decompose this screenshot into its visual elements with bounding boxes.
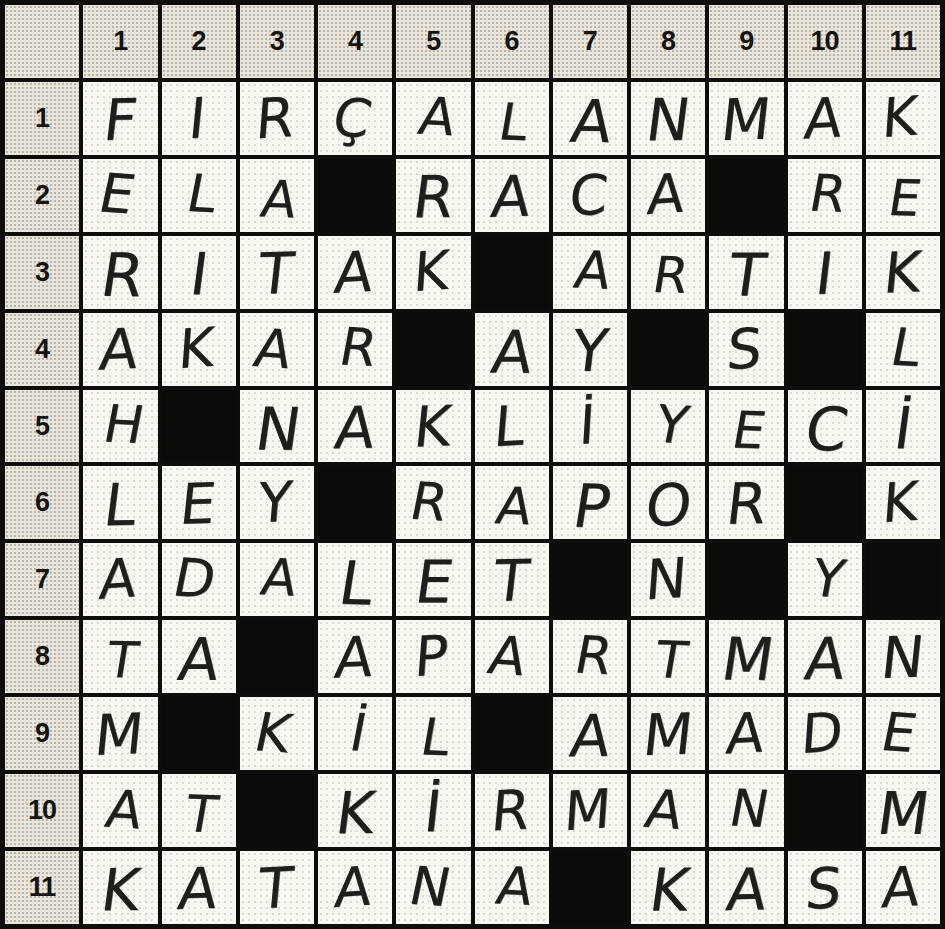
cell-r9c4: İ: [318, 697, 392, 770]
crossword-puzzle-scan: 12345678910111FIRÇALANMAK2ELARACARE3RITA…: [0, 0, 945, 929]
cell-r11c4: A: [318, 851, 392, 924]
cell-r11c11: A: [866, 851, 940, 924]
cell-r7c10: Y: [788, 543, 862, 616]
cell-r8c1: T: [83, 620, 157, 693]
row-header-label: 4: [35, 334, 49, 365]
block-r7c7: [553, 543, 627, 616]
cell-r3c5: K: [396, 236, 470, 309]
col-header-label: 1: [113, 26, 127, 57]
row-header-label: 10: [28, 795, 56, 826]
cell-r4c4: R: [318, 313, 392, 386]
handwritten-letter: K: [646, 861, 693, 920]
handwritten-letter: C: [567, 167, 610, 224]
row-header-5: 5: [5, 390, 79, 463]
cell-r7c3: A: [240, 543, 314, 616]
handwritten-letter: M: [92, 705, 146, 763]
handwritten-letter: L: [496, 96, 533, 148]
cell-r4c7: Y: [553, 313, 627, 386]
handwritten-letter: L: [101, 476, 141, 535]
handwritten-letter: K: [333, 784, 379, 842]
cell-r9c3: K: [240, 697, 314, 770]
cell-r7c5: E: [396, 543, 470, 616]
cell-r3c3: T: [240, 236, 314, 309]
handwritten-letter: İ: [577, 398, 596, 454]
block-r7c11: [866, 543, 940, 616]
handwritten-letter: Y: [256, 475, 294, 532]
block-r6c4: [318, 466, 392, 539]
cell-r10c4: K: [318, 774, 392, 847]
handwritten-letter: N: [643, 91, 694, 150]
cell-r3c8: R: [631, 236, 705, 309]
cell-r11c9: A: [709, 851, 783, 924]
handwritten-letter: A: [175, 630, 224, 689]
handwritten-letter: N: [726, 783, 774, 835]
corner-cell: [5, 5, 79, 78]
cell-r6c11: K: [866, 466, 940, 539]
block-r5c2: [162, 390, 236, 463]
cell-r7c6: T: [475, 543, 549, 616]
handwritten-letter: M: [562, 781, 612, 839]
col-header-label: 10: [811, 26, 839, 57]
cell-r6c2: E: [162, 466, 236, 539]
cell-r6c8: O: [631, 466, 705, 539]
handwritten-letter: A: [332, 399, 379, 458]
cell-r5c9: E: [709, 390, 783, 463]
cell-r6c6: A: [475, 466, 549, 539]
cell-r1c7: A: [553, 82, 627, 155]
handwritten-letter: D: [799, 705, 844, 762]
handwritten-letter: K: [881, 474, 920, 531]
handwritten-letter: A: [567, 92, 616, 151]
cell-r5c4: A: [318, 390, 392, 463]
handwritten-letter: R: [649, 250, 692, 301]
handwritten-letter: K: [98, 861, 144, 919]
row-header-6: 6: [5, 466, 79, 539]
handwritten-letter: N: [643, 551, 688, 609]
crossword-board: 12345678910111FIRÇALANMAK2ELARACARE3RITA…: [0, 0, 945, 929]
col-header-label: 7: [583, 26, 597, 57]
handwritten-letter: A: [571, 244, 616, 297]
cell-r5c7: İ: [553, 390, 627, 463]
handwritten-letter: S: [803, 860, 844, 918]
handwritten-letter: R: [488, 782, 531, 839]
cell-r5c10: C: [788, 390, 862, 463]
handwritten-letter: K: [411, 398, 454, 456]
cell-r9c11: E: [866, 697, 940, 770]
row-header-8: 8: [5, 620, 79, 693]
cell-r10c5: İ: [396, 774, 470, 847]
block-r9c6: [475, 697, 549, 770]
handwritten-letter: R: [336, 321, 382, 374]
handwritten-letter: E: [729, 404, 770, 456]
cell-r1c5: A: [396, 82, 470, 155]
cell-r3c4: A: [318, 236, 392, 309]
cell-r4c6: A: [475, 313, 549, 386]
handwritten-letter: A: [258, 173, 302, 225]
handwritten-letter: R: [805, 167, 850, 219]
cell-r6c3: Y: [240, 466, 314, 539]
cell-r11c8: K: [631, 851, 705, 924]
row-header-label: 8: [35, 641, 49, 672]
cell-r5c5: K: [396, 390, 470, 463]
handwritten-letter: L: [492, 398, 527, 455]
col-header-2: 2: [162, 5, 236, 78]
block-r7c9: [709, 543, 783, 616]
row-header-label: 1: [35, 103, 49, 134]
row-header-9: 9: [5, 697, 79, 770]
handwritten-letter: A: [414, 90, 460, 143]
handwritten-letter: D: [169, 551, 220, 606]
cell-r11c2: A: [162, 851, 236, 924]
cell-r2c10: R: [788, 159, 862, 232]
cell-r8c4: A: [318, 620, 392, 693]
cell-r8c9: M: [709, 620, 783, 693]
handwritten-letter: A: [723, 706, 765, 763]
cell-r1c11: K: [866, 82, 940, 155]
cell-r11c6: A: [475, 851, 549, 924]
handwritten-letter: Y: [807, 552, 849, 605]
cell-r3c9: T: [709, 236, 783, 309]
handwritten-letter: A: [332, 244, 375, 302]
cell-r1c2: I: [162, 82, 236, 155]
cell-r1c4: Ç: [318, 82, 392, 155]
handwritten-letter: Y: [569, 322, 612, 381]
handwritten-letter: T: [256, 245, 297, 303]
cell-r7c4: L: [318, 543, 392, 616]
col-header-label: 5: [426, 26, 440, 57]
col-header-3: 3: [240, 5, 314, 78]
cell-r10c9: N: [709, 774, 783, 847]
cell-r10c1: A: [83, 774, 157, 847]
handwritten-letter: A: [258, 552, 302, 604]
cell-r10c6: R: [475, 774, 549, 847]
handwritten-letter: K: [411, 244, 450, 301]
cell-r2c7: C: [553, 159, 627, 232]
cell-r2c8: A: [631, 159, 705, 232]
cell-r10c2: T: [162, 774, 236, 847]
block-r4c10: [788, 313, 862, 386]
handwritten-letter: T: [103, 635, 142, 685]
handwritten-letter: A: [723, 860, 770, 919]
cell-r8c8: T: [631, 620, 705, 693]
cell-r5c8: Y: [631, 390, 705, 463]
cell-r4c2: K: [162, 313, 236, 386]
cell-r11c1: K: [83, 851, 157, 924]
handwritten-letter: T: [651, 635, 691, 687]
handwritten-letter: E: [94, 167, 140, 223]
handwritten-letter: A: [97, 551, 137, 608]
handwritten-letter: K: [881, 244, 923, 302]
cell-r6c9: R: [709, 466, 783, 539]
row-header-3: 3: [5, 236, 79, 309]
cell-r8c7: R: [553, 620, 627, 693]
col-header-label: 6: [505, 26, 519, 57]
block-r3c6: [475, 236, 549, 309]
cell-r7c1: A: [83, 543, 157, 616]
cell-r5c11: İ: [866, 390, 940, 463]
block-r8c3: [240, 620, 314, 693]
cell-r10c11: M: [866, 774, 940, 847]
block-r2c9: [709, 159, 783, 232]
handwritten-letter: A: [485, 629, 532, 684]
cell-r2c6: A: [475, 159, 549, 232]
handwritten-letter: İ: [421, 783, 444, 841]
cell-r11c10: S: [788, 851, 862, 924]
col-header-label: 9: [739, 26, 753, 57]
cell-r11c3: T: [240, 851, 314, 924]
col-header-5: 5: [396, 5, 470, 78]
cell-r8c6: A: [475, 620, 549, 693]
handwritten-letter: A: [492, 859, 537, 912]
col-header-10: 10: [788, 5, 862, 78]
handwritten-letter: M: [718, 630, 778, 689]
cell-r4c1: A: [83, 313, 157, 386]
col-header-label: 11: [890, 26, 917, 57]
handwritten-letter: A: [641, 782, 688, 837]
handwritten-letter: E: [877, 705, 921, 760]
handwritten-letter: R: [97, 245, 148, 305]
cell-r4c9: S: [709, 313, 783, 386]
handwritten-letter: L: [887, 321, 926, 374]
handwritten-letter: L: [336, 553, 379, 613]
cell-r1c6: L: [475, 82, 549, 155]
col-header-8: 8: [631, 5, 705, 78]
row-header-10: 10: [5, 774, 79, 847]
cell-r9c7: A: [553, 697, 627, 770]
handwritten-letter: R: [410, 168, 458, 226]
cell-r3c2: I: [162, 236, 236, 309]
cell-r1c8: N: [631, 82, 705, 155]
col-header-label: 2: [192, 26, 206, 57]
handwritten-letter: R: [253, 90, 295, 148]
cell-r2c5: R: [396, 159, 470, 232]
handwritten-letter: N: [404, 859, 455, 914]
handwritten-letter: F: [101, 91, 141, 149]
row-header-label: 11: [29, 872, 56, 903]
cell-r5c3: N: [240, 390, 314, 463]
row-header-label: 2: [35, 180, 49, 211]
handwritten-letter: K: [881, 90, 920, 147]
handwritten-letter: A: [97, 321, 140, 379]
handwritten-letter: R: [406, 475, 452, 529]
cell-r3c11: K: [866, 236, 940, 309]
handwritten-letter: M: [640, 706, 695, 765]
cell-r3c7: A: [553, 236, 627, 309]
cell-r9c5: L: [396, 697, 470, 770]
handwritten-letter: İ: [346, 706, 371, 758]
handwritten-letter: T: [256, 859, 295, 917]
row-header-label: 9: [35, 718, 49, 749]
handwritten-letter: A: [488, 167, 533, 225]
cell-r1c9: M: [709, 82, 783, 155]
block-r4c5: [396, 313, 470, 386]
row-header-label: 5: [35, 411, 49, 442]
handwritten-letter: R: [570, 628, 616, 681]
cell-r3c10: I: [788, 236, 862, 309]
col-header-label: 8: [661, 26, 675, 57]
block-r10c10: [788, 774, 862, 847]
cell-r4c11: L: [866, 313, 940, 386]
cell-r8c11: N: [866, 620, 940, 693]
col-header-1: 1: [83, 5, 157, 78]
cell-r2c1: E: [83, 159, 157, 232]
cell-r2c3: A: [240, 159, 314, 232]
cell-r2c2: L: [162, 159, 236, 232]
handwritten-letter: I: [187, 245, 212, 303]
handwritten-letter: H: [99, 398, 148, 451]
handwritten-letter: E: [885, 173, 925, 224]
col-header-7: 7: [553, 5, 627, 78]
cell-r7c8: N: [631, 543, 705, 616]
col-header-label: 4: [348, 26, 362, 57]
cell-r5c6: L: [475, 390, 549, 463]
handwritten-letter: A: [250, 321, 297, 376]
handwritten-letter: A: [493, 481, 537, 533]
cell-r9c9: A: [709, 697, 783, 770]
col-header-6: 6: [475, 5, 549, 78]
handwritten-letter: N: [252, 399, 305, 458]
cell-r6c1: L: [83, 466, 157, 539]
row-header-label: 6: [35, 487, 49, 518]
cell-r2c11: E: [866, 159, 940, 232]
handwritten-letter: İ: [891, 399, 916, 457]
handwritten-letter: E: [177, 475, 218, 532]
row-header-4: 4: [5, 313, 79, 386]
block-r6c10: [788, 466, 862, 539]
handwritten-letter: I: [813, 245, 837, 303]
block-r11c7: [553, 851, 627, 924]
row-header-label: 7: [35, 564, 49, 595]
cell-r9c1: M: [83, 697, 157, 770]
cell-r5c1: H: [83, 390, 157, 463]
block-r2c4: [318, 159, 392, 232]
handwritten-letter: A: [488, 322, 537, 381]
handwritten-letter: T: [725, 245, 769, 304]
cell-r7c2: D: [162, 543, 236, 616]
handwritten-letter: A: [802, 90, 844, 147]
col-header-4: 4: [318, 5, 392, 78]
cell-r6c7: P: [553, 466, 627, 539]
cell-r1c3: R: [240, 82, 314, 155]
block-r9c2: [162, 697, 236, 770]
row-header-11: 11: [5, 851, 79, 924]
block-r4c8: [631, 313, 705, 386]
cell-r1c10: A: [788, 82, 862, 155]
cell-r3c1: R: [83, 236, 157, 309]
cell-r9c10: D: [788, 697, 862, 770]
cell-r8c10: A: [788, 620, 862, 693]
handwritten-letter: M: [874, 784, 933, 843]
handwritten-letter: L: [183, 167, 222, 220]
handwritten-letter: P: [412, 628, 449, 686]
cell-r10c8: A: [631, 774, 705, 847]
handwritten-letter: Y: [651, 398, 693, 451]
handwritten-letter: E: [412, 553, 457, 612]
cell-r8c2: A: [162, 620, 236, 693]
cell-r6c5: R: [396, 466, 470, 539]
handwritten-letter: A: [801, 629, 848, 688]
handwritten-letter: A: [645, 166, 686, 223]
cell-r8c5: P: [396, 620, 470, 693]
cell-r4c3: A: [240, 313, 314, 386]
cell-r11c5: N: [396, 851, 470, 924]
handwritten-letter: A: [332, 859, 373, 916]
cell-r1c1: F: [83, 82, 157, 155]
handwritten-letter: A: [332, 629, 376, 687]
col-header-label: 3: [270, 26, 284, 57]
handwritten-letter: A: [175, 860, 220, 918]
handwritten-letter: I: [187, 91, 209, 148]
block-r10c3: [240, 774, 314, 847]
handwritten-letter: A: [101, 782, 147, 835]
handwritten-letter: P: [569, 476, 615, 536]
cell-r10c7: M: [553, 774, 627, 847]
handwritten-letter: T: [181, 789, 221, 841]
col-header-11: 11: [866, 5, 940, 78]
handwritten-letter: A: [567, 707, 614, 765]
handwritten-letter: N: [878, 629, 927, 688]
handwritten-letter: R: [723, 475, 769, 533]
handwritten-letter: K: [251, 706, 297, 761]
handwritten-letter: M: [718, 90, 773, 149]
row-header-label: 3: [35, 257, 49, 288]
handwritten-letter: L: [417, 712, 454, 764]
row-header-7: 7: [5, 543, 79, 616]
handwritten-letter: T: [491, 552, 533, 610]
handwritten-letter: C: [801, 399, 852, 460]
handwritten-letter: A: [880, 859, 922, 917]
row-header-1: 1: [5, 82, 79, 155]
row-header-2: 2: [5, 159, 79, 232]
handwritten-letter: S: [725, 321, 764, 378]
handwritten-letter: K: [176, 321, 215, 378]
cell-r9c8: M: [631, 697, 705, 770]
handwritten-letter: O: [642, 476, 696, 534]
handwritten-letter: Ç: [328, 90, 376, 145]
col-header-9: 9: [709, 5, 783, 78]
